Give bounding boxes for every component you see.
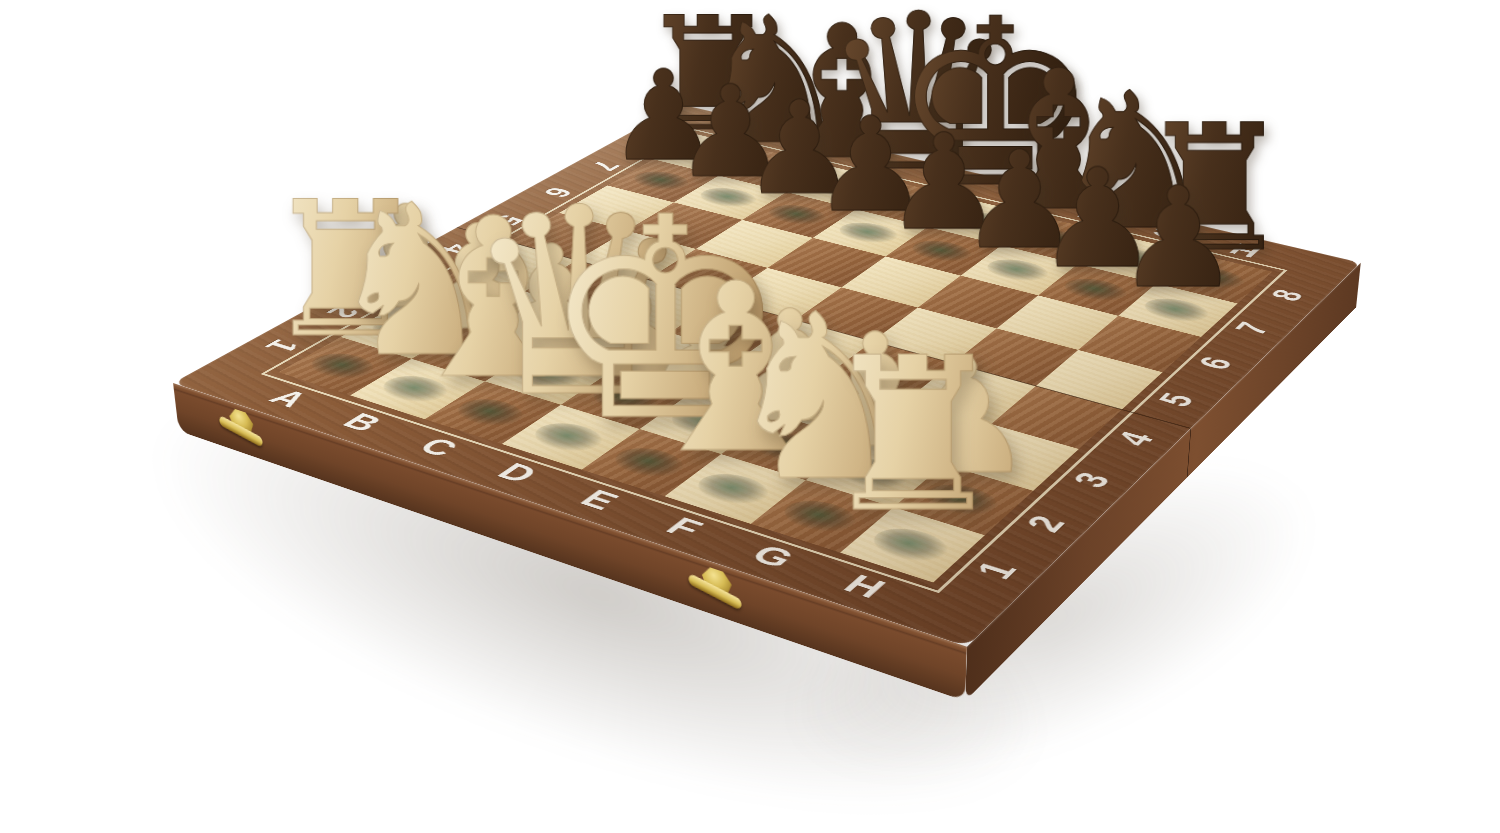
file-label-far-a: A [726,125,765,141]
file-label-far-g: G [1146,222,1188,241]
file-label-far-e: E [999,188,1037,205]
file-label-far-b: B [791,140,830,156]
file-label-far-d: D [927,172,967,189]
pieces-layer: ♜♞♝♛♚♝♞♜♟♟♟♟♟♟♟♟♟♟♟♟♟♟♟♟♜♞♝♛♚♝♞♜ [173,104,1361,646]
piece-white-rook-h1[interactable]: ♜ [795,328,1030,544]
rank-label-west-8: 8 [631,134,670,147]
chess-board: AABBCCDDEEFFGGHH1122334455667788 ♜♞♝♛♚♝♞… [173,104,1361,646]
fold-seam-side [1187,428,1192,478]
file-label-far-f: F [1073,206,1109,223]
file-label-far-c: C [858,156,898,173]
file-label-far-h: H [1225,241,1265,260]
rank-label-east-8: 8 [1264,287,1309,304]
product-photo-scene: AABBCCDDEEFFGGHH1122334455667788 ♜♞♝♛♚♝♞… [0,0,1500,833]
